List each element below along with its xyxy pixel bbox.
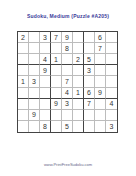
cell-r6c8: 9 <box>95 88 106 99</box>
cell-r8c7 <box>84 110 95 121</box>
cell-r7c1 <box>18 99 29 110</box>
cell-r9c9: 3 <box>106 121 117 132</box>
cell-r2c3 <box>40 43 51 54</box>
cell-r8c5 <box>62 110 73 121</box>
page-title: Sudoku, Medium (Puzzle #A205) <box>0 13 136 19</box>
cell-r8c1 <box>18 110 29 121</box>
cell-r1c7 <box>84 32 95 43</box>
sudoku-grid: 2379687412593137416993749853 <box>17 31 118 133</box>
cell-r6c7: 6 <box>84 88 95 99</box>
cell-r7c8 <box>95 99 106 110</box>
cell-r8c9 <box>106 110 117 121</box>
cell-r7c2 <box>29 99 40 110</box>
cell-r9c3: 8 <box>40 121 51 132</box>
cell-r9c2 <box>29 121 40 132</box>
cell-r3c6: 2 <box>73 54 84 65</box>
cell-r4c5 <box>62 65 73 76</box>
cell-r3c7: 5 <box>84 54 95 65</box>
cell-r4c1 <box>18 65 29 76</box>
cell-r6c9 <box>106 88 117 99</box>
cell-r1c3: 3 <box>40 32 51 43</box>
cell-r6c4 <box>51 88 62 99</box>
cell-r2c5: 8 <box>62 43 73 54</box>
cell-r4c2 <box>29 65 40 76</box>
cell-r4c7: 3 <box>84 65 95 76</box>
cell-r2c2 <box>29 43 40 54</box>
cell-r2c6 <box>73 43 84 54</box>
cell-r3c4: 1 <box>51 54 62 65</box>
cell-r9c6 <box>73 121 84 132</box>
cell-r9c4 <box>51 121 62 132</box>
cell-r5c1: 1 <box>18 76 29 87</box>
cell-r2c4 <box>51 43 62 54</box>
cell-r8c6 <box>73 110 84 121</box>
cell-r6c6: 1 <box>73 88 84 99</box>
cell-r3c2 <box>29 54 40 65</box>
cell-r8c8 <box>95 110 106 121</box>
cell-r7c5: 3 <box>62 99 73 110</box>
cell-r3c9 <box>106 54 117 65</box>
cell-r7c6 <box>73 99 84 110</box>
cell-r5c5: 7 <box>62 76 73 87</box>
cell-r6c3 <box>40 88 51 99</box>
cell-r1c5: 9 <box>62 32 73 43</box>
cell-r8c4 <box>51 110 62 121</box>
cell-r6c2 <box>29 88 40 99</box>
cell-r8c2: 9 <box>29 110 40 121</box>
cell-r1c2 <box>29 32 40 43</box>
cell-r3c5 <box>62 54 73 65</box>
cell-r1c8: 6 <box>95 32 106 43</box>
cell-r5c3 <box>40 76 51 87</box>
cell-r9c8 <box>95 121 106 132</box>
cell-r8c3 <box>40 110 51 121</box>
cell-r7c7: 7 <box>84 99 95 110</box>
cell-r5c9 <box>106 76 117 87</box>
cell-r3c3: 4 <box>40 54 51 65</box>
sudoku-page: Sudoku, Medium (Puzzle #A205) 2379687412… <box>0 0 136 176</box>
cell-r5c2: 3 <box>29 76 40 87</box>
cell-r4c3: 9 <box>40 65 51 76</box>
cell-r7c4: 9 <box>51 99 62 110</box>
cell-r7c3 <box>40 99 51 110</box>
cell-r6c1 <box>18 88 29 99</box>
cell-r4c9 <box>106 65 117 76</box>
cell-r1c9 <box>106 32 117 43</box>
cell-r5c6 <box>73 76 84 87</box>
cell-r2c9 <box>106 43 117 54</box>
footer-url: www.PrintFreeSudoku.com <box>0 162 136 167</box>
cell-r1c4: 7 <box>51 32 62 43</box>
cell-r5c7 <box>84 76 95 87</box>
cell-r9c1 <box>18 121 29 132</box>
cell-r1c1: 2 <box>18 32 29 43</box>
cell-r4c8 <box>95 65 106 76</box>
cell-r9c5: 5 <box>62 121 73 132</box>
cell-r1c6 <box>73 32 84 43</box>
cell-r2c8: 7 <box>95 43 106 54</box>
cell-r2c7 <box>84 43 95 54</box>
cell-r4c4 <box>51 65 62 76</box>
cell-r3c8 <box>95 54 106 65</box>
cell-r5c8 <box>95 76 106 87</box>
cell-r7c9: 4 <box>106 99 117 110</box>
cell-r3c1 <box>18 54 29 65</box>
cell-r6c5: 4 <box>62 88 73 99</box>
cell-r5c4 <box>51 76 62 87</box>
cell-r2c1 <box>18 43 29 54</box>
cell-r9c7 <box>84 121 95 132</box>
cell-r4c6 <box>73 65 84 76</box>
